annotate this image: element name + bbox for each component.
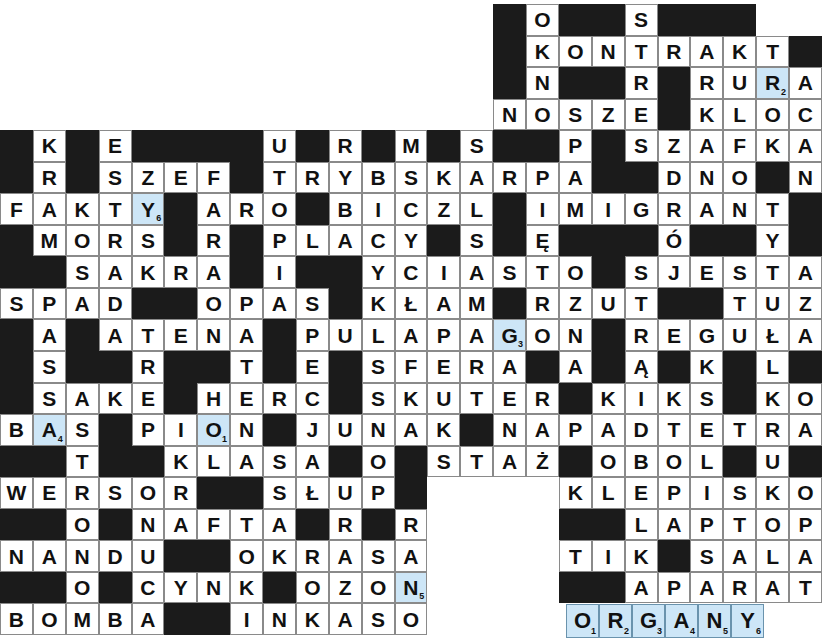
solution-cell-6[interactable]: Y6 — [731, 604, 764, 638]
cell-r9c19[interactable]: T — [625, 288, 658, 320]
cell-r18c6[interactable]: N — [197, 572, 230, 604]
cell-r10c21[interactable]: G — [690, 319, 723, 351]
cell-r3c23[interactable]: O — [756, 99, 789, 131]
cell-r8c17[interactable]: O — [559, 256, 592, 288]
cell-r7c2[interactable]: O — [66, 225, 99, 257]
cell-r18c5[interactable]: Y — [164, 572, 197, 604]
cell-r15c17[interactable]: K — [559, 477, 592, 509]
cell-r8c24[interactable]: A — [789, 256, 822, 288]
cell-r7c6[interactable]: R — [197, 225, 230, 257]
cell-r12c2[interactable]: A — [66, 383, 99, 415]
cell-r14c9[interactable]: A — [296, 446, 329, 478]
cell-r18c19[interactable]: A — [625, 572, 658, 604]
cell-r13c16[interactable]: A — [526, 414, 559, 446]
cell-r19c10[interactable]: A — [329, 603, 362, 635]
cell-r12c16[interactable]: R — [526, 383, 559, 415]
solution-cell-5[interactable]: N5 — [698, 604, 731, 638]
cell-r13c12[interactable]: A — [395, 414, 428, 446]
cell-r9c14[interactable]: M — [460, 288, 493, 320]
cell-r17c17[interactable]: T — [559, 540, 592, 572]
cell-r6c12[interactable]: C — [395, 193, 428, 225]
cell-r5c21[interactable]: N — [690, 162, 723, 194]
cell-r2c24[interactable]: A — [789, 67, 822, 99]
cell-r9c0[interactable]: S — [0, 288, 33, 320]
cell-r14c16[interactable]: Ż — [526, 446, 559, 478]
cell-r7c11[interactable]: C — [362, 225, 395, 257]
cell-r7c8[interactable]: P — [263, 225, 296, 257]
cell-r12c14[interactable]: T — [460, 383, 493, 415]
cell-r9c3[interactable]: D — [99, 288, 132, 320]
cell-r14c2[interactable]: T — [66, 446, 99, 478]
cell-r12c20[interactable]: K — [658, 383, 691, 415]
cell-r12c19[interactable]: I — [625, 383, 658, 415]
cell-r13c2[interactable]: S — [66, 414, 99, 446]
cell-r15c24[interactable]: O — [789, 477, 822, 509]
cell-r16c2[interactable]: O — [66, 509, 99, 541]
cell-r17c0[interactable]: N — [0, 540, 33, 572]
cell-r13c0[interactable]: B — [0, 414, 33, 446]
cell-r15c8[interactable]: S — [263, 477, 296, 509]
cell-r5c12[interactable]: S — [395, 162, 428, 194]
cell-r3c15[interactable]: N — [493, 99, 526, 131]
cell-r17c1[interactable]: A — [33, 540, 66, 572]
cell-r6c0[interactable]: F — [0, 193, 33, 225]
cell-r12c12[interactable]: K — [395, 383, 428, 415]
cell-r12c15[interactable]: E — [493, 383, 526, 415]
cell-r5c6[interactable]: F — [197, 162, 230, 194]
cell-r9c8[interactable]: A — [263, 288, 296, 320]
cell-r19c4[interactable]: A — [132, 603, 165, 635]
cell-r8c6[interactable]: A — [197, 256, 230, 288]
cell-r12c7[interactable]: E — [230, 383, 263, 415]
cell-r15c3[interactable]: S — [99, 477, 132, 509]
shaded-cell-3-r10c15[interactable]: G3 — [493, 319, 526, 351]
cell-r14c23[interactable]: U — [756, 446, 789, 478]
cell-r7c12[interactable]: Y — [395, 225, 428, 257]
cell-r18c21[interactable]: A — [690, 572, 723, 604]
cell-r13c7[interactable]: N — [230, 414, 263, 446]
cell-r5c5[interactable]: E — [164, 162, 197, 194]
solution-cell-2[interactable]: R2 — [599, 604, 632, 638]
cell-r6c11[interactable]: I — [362, 193, 395, 225]
cell-r4c21[interactable]: A — [690, 130, 723, 162]
cell-r13c5[interactable]: I — [164, 414, 197, 446]
cell-r3c18[interactable]: Z — [592, 99, 625, 131]
cell-r4c20[interactable]: Z — [658, 130, 691, 162]
cell-r1c17[interactable]: O — [559, 36, 592, 68]
cell-r19c1[interactable]: O — [33, 603, 66, 635]
cell-r10c11[interactable]: L — [362, 319, 395, 351]
cell-r10c23[interactable]: Ł — [756, 319, 789, 351]
cell-r10c10[interactable]: U — [329, 319, 362, 351]
solution-cell-1[interactable]: O1 — [566, 604, 599, 638]
cell-r6c6[interactable]: A — [197, 193, 230, 225]
cell-r5c4[interactable]: Z — [132, 162, 165, 194]
cell-r7c23[interactable]: Y — [756, 225, 789, 257]
cell-r4c23[interactable]: K — [756, 130, 789, 162]
cell-r8c3[interactable]: A — [99, 256, 132, 288]
cell-r8c5[interactable]: R — [164, 256, 197, 288]
cell-r2c22[interactable]: U — [723, 67, 756, 99]
cell-r6c17[interactable]: M — [559, 193, 592, 225]
shaded-cell-2-r2c23[interactable]: R2 — [756, 67, 789, 99]
cell-r4c22[interactable]: F — [723, 130, 756, 162]
cell-r18c7[interactable]: K — [230, 572, 263, 604]
cell-r18c4[interactable]: C — [132, 572, 165, 604]
cell-r7c3[interactable]: R — [99, 225, 132, 257]
cell-r14c19[interactable]: B — [625, 446, 658, 478]
cell-r18c22[interactable]: R — [723, 572, 756, 604]
cell-r10c13[interactable]: P — [427, 319, 460, 351]
cell-r3c16[interactable]: O — [526, 99, 559, 131]
cell-r8c12[interactable]: C — [395, 256, 428, 288]
cell-r17c21[interactable]: S — [690, 540, 723, 572]
cell-r12c11[interactable]: S — [362, 383, 395, 415]
cell-r16c20[interactable]: A — [658, 509, 691, 541]
cell-r5c17[interactable]: A — [559, 162, 592, 194]
cell-r18c9[interactable]: O — [296, 572, 329, 604]
cell-r15c22[interactable]: S — [723, 477, 756, 509]
cell-r19c0[interactable]: B — [0, 603, 33, 635]
cell-r8c20[interactable]: J — [658, 256, 691, 288]
cell-r8c14[interactable]: A — [460, 256, 493, 288]
cell-r15c9[interactable]: Ł — [296, 477, 329, 509]
cell-r8c19[interactable]: S — [625, 256, 658, 288]
cell-r18c11[interactable]: O — [362, 572, 395, 604]
cell-r16c10[interactable]: R — [329, 509, 362, 541]
cell-r10c6[interactable]: N — [197, 319, 230, 351]
cell-r12c18[interactable]: K — [592, 383, 625, 415]
cell-r17c10[interactable]: A — [329, 540, 362, 572]
cell-r4c8[interactable]: U — [263, 130, 296, 162]
cell-r10c4[interactable]: T — [132, 319, 165, 351]
cell-r7c9[interactable]: L — [296, 225, 329, 257]
cell-r2c21[interactable]: R — [690, 67, 723, 99]
cell-r15c19[interactable]: E — [625, 477, 658, 509]
cell-r11c9[interactable]: E — [296, 351, 329, 383]
cell-r3c17[interactable]: S — [559, 99, 592, 131]
cell-r13c23[interactable]: R — [756, 414, 789, 446]
cell-r7c10[interactable]: A — [329, 225, 362, 257]
cell-r13c17[interactable]: P — [559, 414, 592, 446]
cell-r7c16[interactable]: Ę — [526, 225, 559, 257]
cell-r5c13[interactable]: K — [427, 162, 460, 194]
cell-r13c10[interactable]: U — [329, 414, 362, 446]
cell-r14c7[interactable]: A — [230, 446, 263, 478]
cell-r16c4[interactable]: N — [132, 509, 165, 541]
cell-r13c9[interactable]: J — [296, 414, 329, 446]
cell-r7c1[interactable]: M — [33, 225, 66, 257]
cell-r5c22[interactable]: O — [723, 162, 756, 194]
cell-r8c22[interactable]: S — [723, 256, 756, 288]
cell-r11c7[interactable]: T — [230, 351, 263, 383]
cell-r9c6[interactable]: O — [197, 288, 230, 320]
cell-r16c7[interactable]: T — [230, 509, 263, 541]
cell-r16c19[interactable]: L — [625, 509, 658, 541]
cell-r10c12[interactable]: A — [395, 319, 428, 351]
cell-r8c21[interactable]: E — [690, 256, 723, 288]
cell-r16c6[interactable]: F — [197, 509, 230, 541]
cell-r15c1[interactable]: E — [33, 477, 66, 509]
cell-r5c3[interactable]: S — [99, 162, 132, 194]
cell-r19c7[interactable]: I — [230, 603, 263, 635]
cell-r11c23[interactable]: L — [756, 351, 789, 383]
cell-r6c21[interactable]: A — [690, 193, 723, 225]
cell-r14c5[interactable]: K — [164, 446, 197, 478]
cell-r9c22[interactable]: T — [723, 288, 756, 320]
cell-r10c9[interactable]: P — [296, 319, 329, 351]
cell-r12c21[interactable]: S — [690, 383, 723, 415]
cell-r10c17[interactable]: N — [559, 319, 592, 351]
cell-r12c6[interactable]: H — [197, 383, 230, 415]
cell-r19c2[interactable]: M — [66, 603, 99, 635]
cell-r17c22[interactable]: A — [723, 540, 756, 572]
cell-r6c13[interactable]: Z — [427, 193, 460, 225]
cell-r6c19[interactable]: G — [625, 193, 658, 225]
cell-r17c18[interactable]: I — [592, 540, 625, 572]
cell-r8c15[interactable]: S — [493, 256, 526, 288]
cell-r15c21[interactable]: I — [690, 477, 723, 509]
cell-r4c24[interactable]: A — [789, 130, 822, 162]
cell-r2c19[interactable]: R — [625, 67, 658, 99]
cell-r12c3[interactable]: K — [99, 383, 132, 415]
cell-r14c21[interactable]: L — [690, 446, 723, 478]
cell-r4c17[interactable]: P — [559, 130, 592, 162]
cell-r1c22[interactable]: K — [723, 36, 756, 68]
cell-r12c13[interactable]: U — [427, 383, 460, 415]
cell-r8c13[interactable]: I — [427, 256, 460, 288]
cell-r15c20[interactable]: P — [658, 477, 691, 509]
cell-r5c16[interactable]: P — [526, 162, 559, 194]
cell-r8c16[interactable]: T — [526, 256, 559, 288]
cell-r6c8[interactable]: O — [263, 193, 296, 225]
cell-r10c5[interactable]: E — [164, 319, 197, 351]
cell-r8c23[interactable]: T — [756, 256, 789, 288]
cell-r13c19[interactable]: D — [625, 414, 658, 446]
cell-r10c20[interactable]: E — [658, 319, 691, 351]
shaded-cell-4-r13c1[interactable]: A4 — [33, 414, 66, 446]
solution-cell-4[interactable]: A4 — [665, 604, 698, 638]
cell-r10c24[interactable]: A — [789, 319, 822, 351]
cell-r9c1[interactable]: P — [33, 288, 66, 320]
cell-r4c3[interactable]: E — [99, 130, 132, 162]
cell-r6c20[interactable]: R — [658, 193, 691, 225]
cell-r13c11[interactable]: N — [362, 414, 395, 446]
cell-r14c8[interactable]: S — [263, 446, 296, 478]
cell-r7c4[interactable]: S — [132, 225, 165, 257]
cell-r8c8[interactable]: I — [263, 256, 296, 288]
cell-r15c0[interactable]: W — [0, 477, 33, 509]
cell-r17c9[interactable]: R — [296, 540, 329, 572]
cell-r11c11[interactable]: S — [362, 351, 395, 383]
cell-r4c14[interactable]: S — [460, 130, 493, 162]
cell-r15c11[interactable]: P — [362, 477, 395, 509]
cell-r5c1[interactable]: R — [33, 162, 66, 194]
cell-r9c17[interactable]: Z — [559, 288, 592, 320]
cell-r1c20[interactable]: R — [658, 36, 691, 68]
cell-r13c22[interactable]: T — [723, 414, 756, 446]
cell-r6c10[interactable]: B — [329, 193, 362, 225]
cell-r6c23[interactable]: T — [756, 193, 789, 225]
cell-r6c16[interactable]: I — [526, 193, 559, 225]
cell-r1c23[interactable]: T — [756, 36, 789, 68]
cell-r10c19[interactable]: R — [625, 319, 658, 351]
cell-r11c21[interactable]: K — [690, 351, 723, 383]
cell-r5c14[interactable]: A — [460, 162, 493, 194]
cell-r5c11[interactable]: B — [362, 162, 395, 194]
cell-r6c2[interactable]: K — [66, 193, 99, 225]
cell-r17c3[interactable]: D — [99, 540, 132, 572]
cell-r17c2[interactable]: N — [66, 540, 99, 572]
cell-r12c9[interactable]: C — [296, 383, 329, 415]
cell-r15c10[interactable]: U — [329, 477, 362, 509]
cell-r15c4[interactable]: O — [132, 477, 165, 509]
cell-r9c7[interactable]: P — [230, 288, 263, 320]
cell-r18c10[interactable]: Z — [329, 572, 362, 604]
cell-r16c22[interactable]: T — [723, 509, 756, 541]
cell-r4c12[interactable]: M — [395, 130, 428, 162]
cell-r11c15[interactable]: A — [493, 351, 526, 383]
cell-r1c19[interactable]: T — [625, 36, 658, 68]
cell-r3c24[interactable]: C — [789, 99, 822, 131]
cell-r10c3[interactable]: A — [99, 319, 132, 351]
cell-r17c24[interactable]: A — [789, 540, 822, 572]
cell-r6c18[interactable]: I — [592, 193, 625, 225]
cell-r5c15[interactable]: R — [493, 162, 526, 194]
cell-r13c18[interactable]: A — [592, 414, 625, 446]
cell-r5c9[interactable]: R — [296, 162, 329, 194]
cell-r13c24[interactable]: A — [789, 414, 822, 446]
cell-r6c14[interactable]: L — [460, 193, 493, 225]
cell-r10c22[interactable]: U — [723, 319, 756, 351]
shaded-cell-6-r6c4[interactable]: Y6 — [132, 193, 165, 225]
cell-r9c2[interactable]: A — [66, 288, 99, 320]
cell-r15c23[interactable]: K — [756, 477, 789, 509]
cell-r17c11[interactable]: S — [362, 540, 395, 572]
cell-r0c16[interactable]: O — [526, 4, 559, 36]
cell-r7c20[interactable]: Ó — [658, 225, 691, 257]
cell-r9c23[interactable]: U — [756, 288, 789, 320]
cell-r17c23[interactable]: L — [756, 540, 789, 572]
cell-r14c15[interactable]: A — [493, 446, 526, 478]
cell-r8c4[interactable]: K — [132, 256, 165, 288]
cell-r7c14[interactable]: S — [460, 225, 493, 257]
cell-r6c1[interactable]: A — [33, 193, 66, 225]
cell-r14c20[interactable]: O — [658, 446, 691, 478]
cell-r18c2[interactable]: O — [66, 572, 99, 604]
cell-r3c19[interactable]: E — [625, 99, 658, 131]
cell-r17c7[interactable]: O — [230, 540, 263, 572]
cell-r9c13[interactable]: A — [427, 288, 460, 320]
cell-r12c1[interactable]: S — [33, 383, 66, 415]
cell-r17c4[interactable]: U — [132, 540, 165, 572]
cell-r4c1[interactable]: K — [33, 130, 66, 162]
cell-r17c8[interactable]: K — [263, 540, 296, 572]
cell-r11c17[interactable]: A — [559, 351, 592, 383]
cell-r9c12[interactable]: Ł — [395, 288, 428, 320]
cell-r6c3[interactable]: T — [99, 193, 132, 225]
cell-r5c8[interactable]: T — [263, 162, 296, 194]
cell-r3c22[interactable]: L — [723, 99, 756, 131]
cell-r19c11[interactable]: S — [362, 603, 395, 635]
cell-r11c13[interactable]: E — [427, 351, 460, 383]
cell-r9c24[interactable]: Z — [789, 288, 822, 320]
cell-r9c16[interactable]: R — [526, 288, 559, 320]
cell-r15c18[interactable]: L — [592, 477, 625, 509]
cell-r11c14[interactable]: R — [460, 351, 493, 383]
cell-r11c19[interactable]: Ą — [625, 351, 658, 383]
cell-r4c19[interactable]: S — [625, 130, 658, 162]
cell-r1c21[interactable]: A — [690, 36, 723, 68]
cell-r12c24[interactable]: O — [789, 383, 822, 415]
cell-r16c23[interactable]: O — [756, 509, 789, 541]
cell-r1c16[interactable]: K — [526, 36, 559, 68]
cell-r16c12[interactable]: R — [395, 509, 428, 541]
cell-r8c2[interactable]: S — [66, 256, 99, 288]
cell-r5c10[interactable]: Y — [329, 162, 362, 194]
cell-r10c1[interactable]: A — [33, 319, 66, 351]
cell-r12c8[interactable]: R — [263, 383, 296, 415]
cell-r12c23[interactable]: K — [756, 383, 789, 415]
cell-r12c4[interactable]: E — [132, 383, 165, 415]
cell-r10c7[interactable]: A — [230, 319, 263, 351]
cell-r6c7[interactable]: R — [230, 193, 263, 225]
cell-r17c12[interactable]: A — [395, 540, 428, 572]
cell-r3c21[interactable]: K — [690, 99, 723, 131]
shaded-cell-5-r18c12[interactable]: N5 — [395, 572, 428, 604]
cell-r10c14[interactable]: A — [460, 319, 493, 351]
cell-r19c12[interactable]: O — [395, 603, 428, 635]
cell-r19c8[interactable]: N — [263, 603, 296, 635]
cell-r14c14[interactable]: T — [460, 446, 493, 478]
cell-r9c18[interactable]: U — [592, 288, 625, 320]
cell-r0c19[interactable]: S — [625, 4, 658, 36]
cell-r5c20[interactable]: D — [658, 162, 691, 194]
cell-r9c11[interactable]: K — [362, 288, 395, 320]
solution-cell-3[interactable]: G3 — [632, 604, 665, 638]
cell-r13c15[interactable]: N — [493, 414, 526, 446]
cell-r13c13[interactable]: K — [427, 414, 460, 446]
shaded-cell-1-r13c6[interactable]: O1 — [197, 414, 230, 446]
cell-r18c23[interactable]: A — [756, 572, 789, 604]
cell-r4c10[interactable]: R — [329, 130, 362, 162]
cell-r8c11[interactable]: Y — [362, 256, 395, 288]
cell-r16c24[interactable]: P — [789, 509, 822, 541]
cell-r2c16[interactable]: N — [526, 67, 559, 99]
cell-r18c20[interactable]: P — [658, 572, 691, 604]
cell-r16c5[interactable]: A — [164, 509, 197, 541]
cell-r14c18[interactable]: O — [592, 446, 625, 478]
cell-r11c4[interactable]: R — [132, 351, 165, 383]
cell-r10c16[interactable]: O — [526, 319, 559, 351]
cell-r1c18[interactable]: N — [592, 36, 625, 68]
cell-r13c21[interactable]: E — [690, 414, 723, 446]
cell-r15c2[interactable]: R — [66, 477, 99, 509]
cell-r16c21[interactable]: P — [690, 509, 723, 541]
cell-r11c12[interactable]: F — [395, 351, 428, 383]
cell-r16c8[interactable]: A — [263, 509, 296, 541]
cell-r6c22[interactable]: N — [723, 193, 756, 225]
cell-r17c19[interactable]: K — [625, 540, 658, 572]
cell-r5c24[interactable]: N — [789, 162, 822, 194]
cell-r13c20[interactable]: T — [658, 414, 691, 446]
cell-r18c24[interactable]: T — [789, 572, 822, 604]
cell-r15c5[interactable]: R — [164, 477, 197, 509]
cell-r9c9[interactable]: S — [296, 288, 329, 320]
cell-r11c1[interactable]: S — [33, 351, 66, 383]
cell-r14c11[interactable]: O — [362, 446, 395, 478]
cell-r13c4[interactable]: P — [132, 414, 165, 446]
